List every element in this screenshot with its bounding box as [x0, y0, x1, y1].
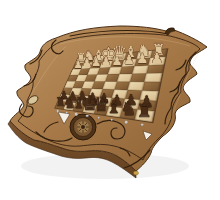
piece-white-pawn[interactable]: ♟ [136, 52, 148, 66]
piece-white-pawn[interactable]: ♟ [101, 56, 112, 68]
piece-white-pawn[interactable]: ♟ [123, 54, 135, 67]
piece-white-pawn[interactable]: ♟ [112, 55, 123, 67]
product-photo-chess-case: ♜♞♝♚♛♝♞♜♟♟♟♟♟♟♟♟♟♟♟♟♟♟♟♟♜♞♝♚♛♝♞♜ [0, 0, 220, 200]
piece-white-pawn[interactable]: ♟ [82, 58, 92, 69]
square-a4[interactable] [144, 73, 162, 82]
rosette-medallion-icon [70, 114, 96, 140]
brass-foot-icon [134, 171, 139, 175]
piece-white-pawn[interactable]: ♟ [150, 51, 163, 65]
piece-white-pawn[interactable]: ♟ [91, 57, 101, 68]
piece-black-knight[interactable]: ♞ [120, 100, 137, 119]
piece-black-rook[interactable]: ♜ [136, 102, 152, 120]
